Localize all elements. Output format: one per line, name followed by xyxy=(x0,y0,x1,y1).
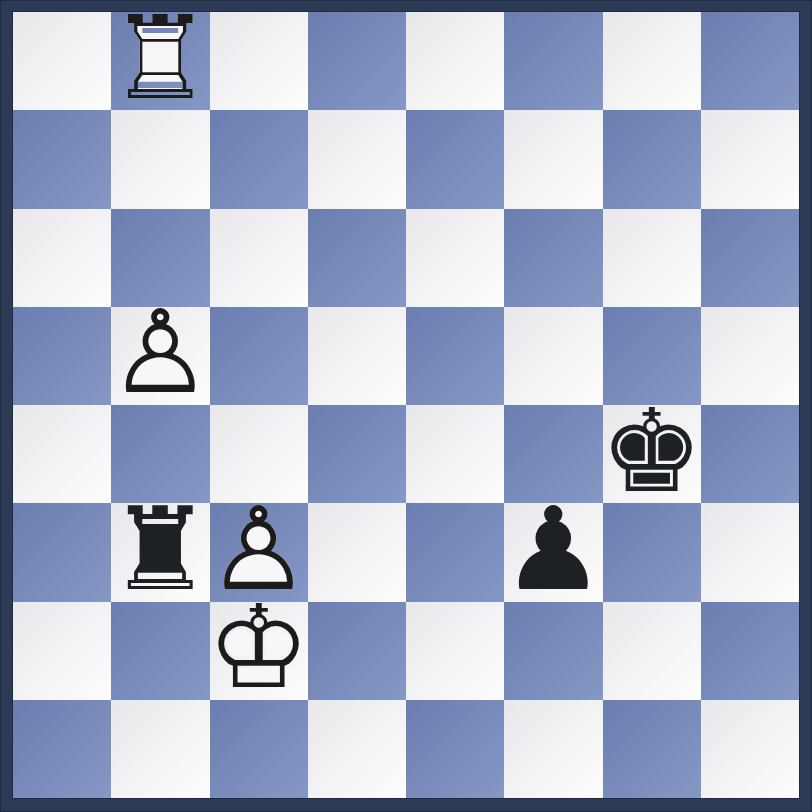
white-king-outline-glyph: ♔ xyxy=(210,599,308,697)
square-c1[interactable] xyxy=(210,700,308,798)
square-d1[interactable] xyxy=(308,700,406,798)
square-h3[interactable] xyxy=(701,503,799,601)
square-b7[interactable] xyxy=(111,110,209,208)
piece-black-rook-b3[interactable]: ♜ xyxy=(111,503,209,601)
square-a5[interactable] xyxy=(13,307,111,405)
chess-board: ♜♖♟♙♚♜♟♙♟♚♔ xyxy=(13,12,799,798)
square-d4[interactable] xyxy=(308,405,406,503)
piece-black-pawn-f3[interactable]: ♟ xyxy=(504,503,602,601)
black-pawn-glyph: ♟ xyxy=(504,500,602,598)
square-f5[interactable] xyxy=(504,307,602,405)
square-a7[interactable] xyxy=(13,110,111,208)
white-pawn-outline-glyph: ♙ xyxy=(111,304,209,402)
square-e8[interactable] xyxy=(406,12,504,110)
square-g1[interactable] xyxy=(603,700,701,798)
square-g8[interactable] xyxy=(603,12,701,110)
square-a2[interactable] xyxy=(13,602,111,700)
square-f3[interactable]: ♟ xyxy=(504,503,602,601)
square-a4[interactable] xyxy=(13,405,111,503)
square-b3[interactable]: ♜ xyxy=(111,503,209,601)
black-rook-glyph: ♜ xyxy=(111,500,209,598)
white-rook-outline-glyph: ♖ xyxy=(111,9,209,107)
square-d7[interactable] xyxy=(308,110,406,208)
square-c6[interactable] xyxy=(210,209,308,307)
square-f6[interactable] xyxy=(504,209,602,307)
piece-black-king-g4[interactable]: ♚ xyxy=(603,405,701,503)
square-c5[interactable] xyxy=(210,307,308,405)
square-d8[interactable] xyxy=(308,12,406,110)
square-e5[interactable] xyxy=(406,307,504,405)
square-g6[interactable] xyxy=(603,209,701,307)
square-f1[interactable] xyxy=(504,700,602,798)
square-f8[interactable] xyxy=(504,12,602,110)
square-h5[interactable] xyxy=(701,307,799,405)
square-e3[interactable] xyxy=(406,503,504,601)
square-e7[interactable] xyxy=(406,110,504,208)
square-e6[interactable] xyxy=(406,209,504,307)
square-d3[interactable] xyxy=(308,503,406,601)
piece-white-pawn-b5[interactable]: ♟♙ xyxy=(111,307,209,405)
square-h8[interactable] xyxy=(701,12,799,110)
square-g3[interactable] xyxy=(603,503,701,601)
square-a1[interactable] xyxy=(13,700,111,798)
square-h4[interactable] xyxy=(701,405,799,503)
square-c2[interactable]: ♚♔ xyxy=(210,602,308,700)
piece-white-rook-b8[interactable]: ♜♖ xyxy=(111,12,209,110)
square-f2[interactable] xyxy=(504,602,602,700)
square-h6[interactable] xyxy=(701,209,799,307)
square-e1[interactable] xyxy=(406,700,504,798)
square-g4[interactable]: ♚ xyxy=(603,405,701,503)
black-king-glyph: ♚ xyxy=(603,402,701,500)
square-g2[interactable] xyxy=(603,602,701,700)
square-e2[interactable] xyxy=(406,602,504,700)
square-c8[interactable] xyxy=(210,12,308,110)
square-a3[interactable] xyxy=(13,503,111,601)
square-h2[interactable] xyxy=(701,602,799,700)
piece-white-king-c2[interactable]: ♚♔ xyxy=(210,602,308,700)
square-c7[interactable] xyxy=(210,110,308,208)
square-g7[interactable] xyxy=(603,110,701,208)
square-b8[interactable]: ♜♖ xyxy=(111,12,209,110)
square-f7[interactable] xyxy=(504,110,602,208)
square-a6[interactable] xyxy=(13,209,111,307)
square-h7[interactable] xyxy=(701,110,799,208)
square-d2[interactable] xyxy=(308,602,406,700)
square-b5[interactable]: ♟♙ xyxy=(111,307,209,405)
square-h1[interactable] xyxy=(701,700,799,798)
square-d5[interactable] xyxy=(308,307,406,405)
square-a8[interactable] xyxy=(13,12,111,110)
chess-board-frame: ♜♖♟♙♚♜♟♙♟♚♔ xyxy=(0,0,812,812)
square-d6[interactable] xyxy=(308,209,406,307)
square-e4[interactable] xyxy=(406,405,504,503)
square-b2[interactable] xyxy=(111,602,209,700)
square-b1[interactable] xyxy=(111,700,209,798)
